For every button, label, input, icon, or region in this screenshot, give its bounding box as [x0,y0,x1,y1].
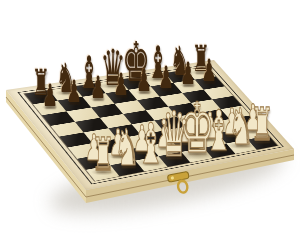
product-photo-scene: ♜♞♝♛♚♝♞♜♟♟♟♟♟♟♟♟♟♟♟♟♟♟♟♟♜♞♝♛♚♝♞♜ [0,0,300,250]
